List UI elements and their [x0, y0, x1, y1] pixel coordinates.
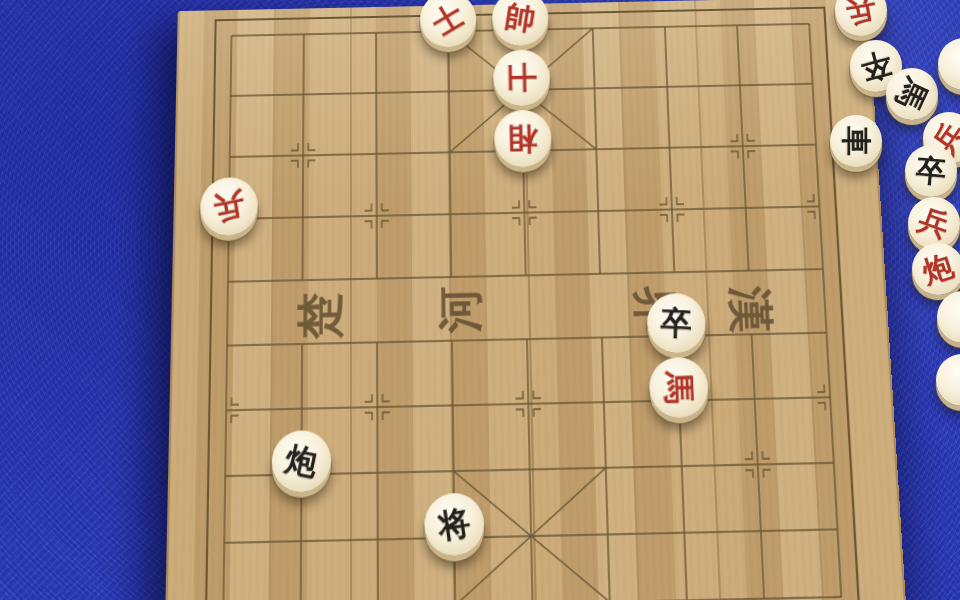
piece-character: 卒 — [915, 155, 948, 188]
captured-pieces-area: 兵卒馬車兵卒兵炮 — [0, 0, 960, 600]
piece-unknown-piece-edge[interactable] — [937, 291, 960, 343]
piece-black-horse[interactable]: 馬 — [886, 68, 938, 120]
scene: { "game": { "name": "Xiangqi (Chinese Ch… — [0, 0, 960, 600]
piece-red-soldier[interactable]: 兵 — [835, 0, 887, 36]
piece-character: 兵 — [915, 204, 953, 242]
piece-unknown-piece-edge[interactable] — [938, 38, 960, 90]
piece-red-soldier[interactable]: 兵 — [908, 197, 960, 249]
piece-character: 車 — [841, 126, 871, 156]
piece-character: 炮 — [919, 250, 957, 288]
piece-unknown-piece-edge[interactable] — [936, 354, 960, 406]
piece-black-soldier[interactable]: 卒 — [905, 145, 957, 197]
piece-character: 馬 — [892, 74, 932, 114]
piece-red-cannon[interactable]: 炮 — [912, 243, 960, 295]
piece-black-chariot[interactable]: 車 — [830, 115, 882, 167]
piece-character: 卒 — [858, 48, 895, 85]
piece-character: 兵 — [844, 0, 879, 27]
